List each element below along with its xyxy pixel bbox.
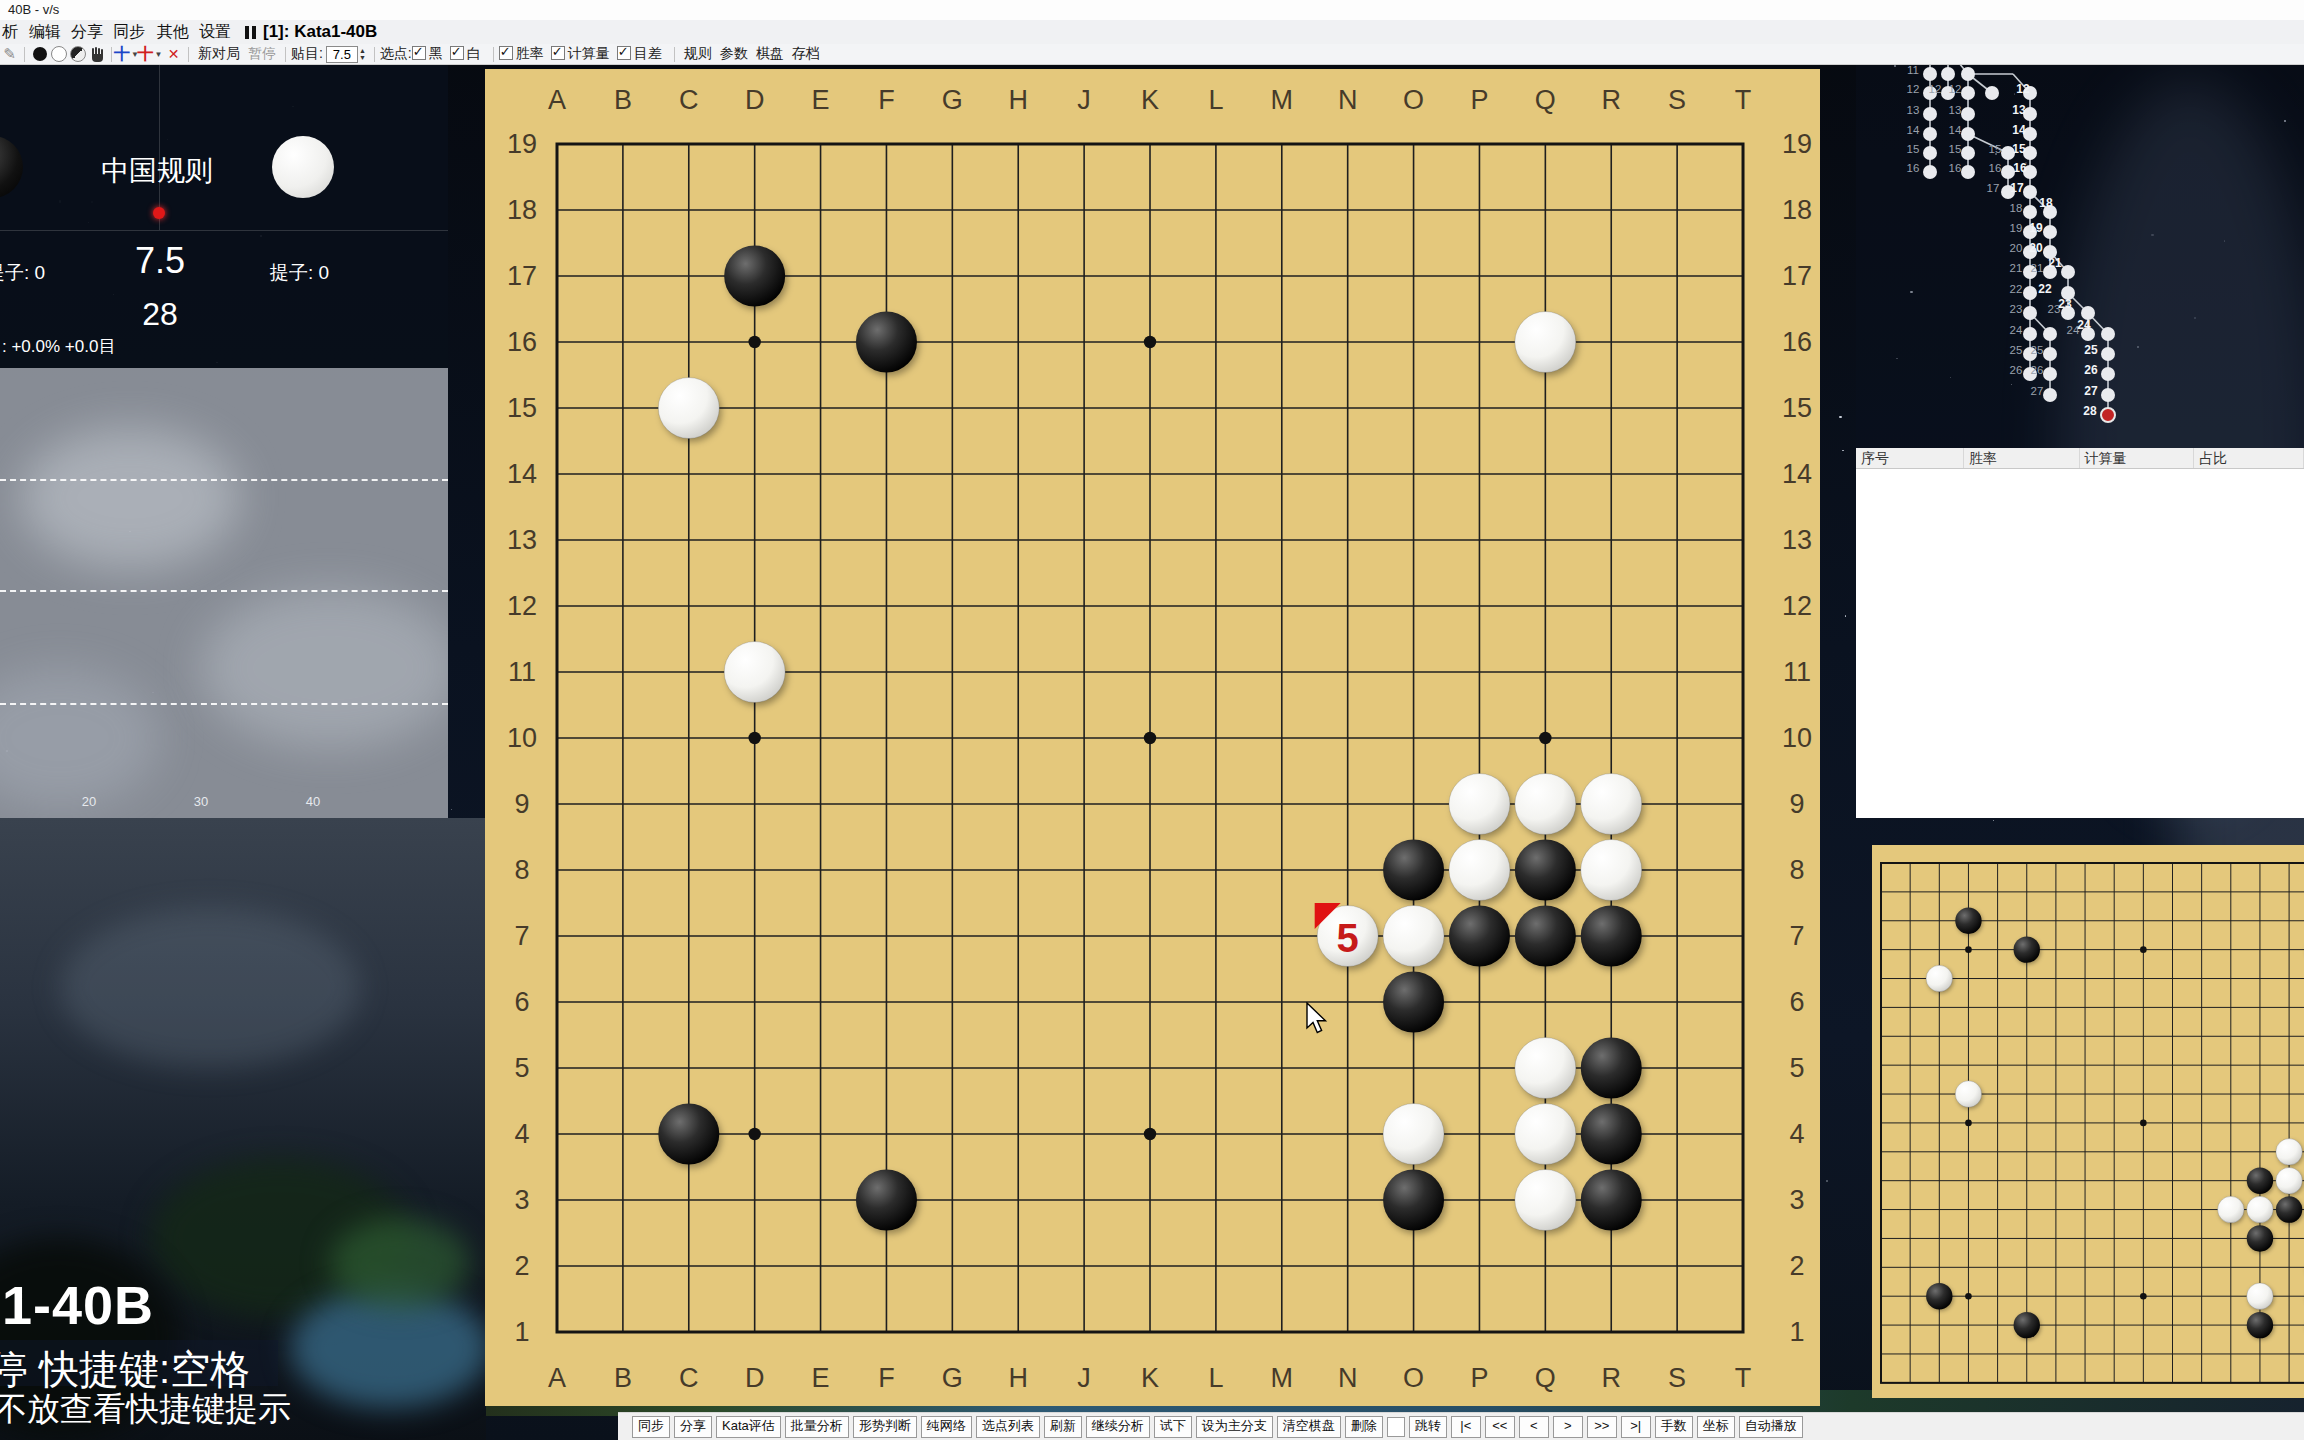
- svg-text:25: 25: [2084, 343, 2098, 357]
- komi-stepper[interactable]: ▲▼: [326, 46, 366, 63]
- analysis-table-header: 序号胜率计算量占比: [1856, 448, 2304, 469]
- white-player-avatar: [272, 136, 334, 198]
- checkbox-black[interactable]: 黑: [412, 45, 443, 63]
- tree-node-29[interactable]: [2023, 306, 2037, 320]
- tree-node-24[interactable]: [2023, 205, 2037, 219]
- coord-left-13: 13: [507, 525, 537, 555]
- svg-text:17: 17: [1987, 182, 2000, 194]
- coord-bottom-D: D: [745, 1363, 765, 1393]
- black-player-avatar: [0, 136, 23, 198]
- coord-left-14: 14: [507, 459, 537, 489]
- stone-white-P9: [1449, 774, 1510, 835]
- svg-text:16: 16: [1949, 162, 1962, 174]
- bottom-button-11[interactable]: 清空棋盘: [1277, 1416, 1341, 1438]
- tree-node-6[interactable]: [1941, 67, 1955, 81]
- coord-right-18: 18: [1782, 195, 1812, 225]
- bottom-button-12[interactable]: 删除: [1345, 1416, 1383, 1438]
- coord-right-4: 4: [1789, 1119, 1804, 1149]
- stone-black-O8: [1383, 840, 1444, 901]
- menu-item-4[interactable]: 其他: [157, 22, 189, 42]
- star-point-D10: [1965, 1120, 1972, 1127]
- checkbox-black-box[interactable]: [412, 46, 426, 60]
- stone-white-D11: [724, 642, 785, 703]
- nav-button-4[interactable]: >>: [1587, 1416, 1617, 1438]
- stone-black-O3: [2247, 1312, 2273, 1338]
- panel-divider-h: [0, 230, 448, 231]
- checkbox-scorediff-box[interactable]: [617, 46, 631, 60]
- svg-text:20: 20: [2029, 241, 2043, 255]
- table-header-3[interactable]: 占比: [2194, 448, 2304, 468]
- coord-right-7: 7: [1789, 921, 1804, 951]
- svg-text:23: 23: [2058, 297, 2072, 311]
- bottom-button-10[interactable]: 设为主分支: [1196, 1416, 1273, 1438]
- graph-gridline-25: [0, 703, 448, 705]
- svg-text:26: 26: [2084, 363, 2098, 377]
- coord-right-12: 12: [1782, 591, 1812, 621]
- svg-text:25: 25: [2010, 344, 2023, 356]
- stone-white-O4: [1383, 1104, 1444, 1165]
- coord-top-T: T: [1735, 85, 1752, 115]
- tree-node-37[interactable]: [2043, 327, 2057, 341]
- new-game-button[interactable]: 新对局: [198, 45, 240, 63]
- svg-text:24: 24: [2010, 324, 2023, 336]
- coord-bottom-Q: Q: [1535, 1363, 1556, 1393]
- stone-white-O7: [1383, 906, 1444, 967]
- coord-left-1: 1: [514, 1317, 529, 1347]
- svg-text:16: 16: [1989, 162, 2002, 174]
- bottom-button-4[interactable]: 形势判断: [853, 1416, 917, 1438]
- coord-bottom-N: N: [1338, 1363, 1358, 1393]
- stone-black-C4: [1926, 1283, 1952, 1309]
- stone-black-F3: [2014, 1312, 2040, 1338]
- komi-spin-arrows[interactable]: ▲▼: [359, 47, 366, 61]
- menu-item-5[interactable]: 设置: [199, 22, 231, 42]
- tree-node-5[interactable]: [1923, 165, 1937, 179]
- svg-text:23: 23: [2010, 303, 2023, 315]
- move-tree[interactable]: 1112131415161212131415161516171819202122…: [1856, 62, 2304, 448]
- nav-button-3[interactable]: >: [1553, 1416, 1583, 1438]
- star-point-D4: [748, 1128, 760, 1140]
- red-cross-marker-icon[interactable]: 十▼: [137, 46, 163, 63]
- coord-bottom-R: R: [1601, 1363, 1621, 1393]
- tree-node-9[interactable]: [1961, 86, 1975, 100]
- coord-left-8: 8: [514, 855, 529, 885]
- checkbox-scorediff[interactable]: 目差: [617, 45, 662, 63]
- mouse-cursor: [1305, 1002, 1329, 1036]
- svg-text:22: 22: [2038, 282, 2052, 296]
- bottom-button-7[interactable]: 刷新: [1044, 1416, 1082, 1438]
- svg-text:18: 18: [2039, 196, 2053, 210]
- bottom-button-0[interactable]: 同步: [632, 1416, 670, 1438]
- coord-top-M: M: [1271, 85, 1294, 115]
- svg-text:24: 24: [2077, 318, 2091, 332]
- tooltip-hint-text: 不放查看快捷键提示: [0, 1387, 291, 1432]
- stone-white-Q9: [1515, 774, 1576, 835]
- tree-node-49[interactable]: [2101, 388, 2115, 402]
- stone-black-C4: [658, 1104, 719, 1165]
- tree-node-46[interactable]: [2101, 327, 2115, 341]
- pause-button[interactable]: 暂停: [248, 45, 276, 63]
- tree-node-2[interactable]: [1923, 107, 1937, 121]
- tree-node-47[interactable]: [2101, 347, 2115, 361]
- svg-text:16: 16: [2013, 161, 2027, 175]
- coord-top-R: R: [1601, 85, 1621, 115]
- toolbar-link-2[interactable]: 棋盘: [756, 45, 784, 61]
- coord-top-N: N: [1338, 85, 1358, 115]
- session-title: [1]: Kata1-40B: [263, 22, 377, 42]
- stone-black-F16: [856, 312, 917, 373]
- coord-bottom-G: G: [942, 1363, 963, 1393]
- coord-left-9: 9: [514, 789, 529, 819]
- svg-text:21: 21: [2010, 262, 2023, 274]
- svg-text:14: 14: [1907, 124, 1920, 136]
- coord-bottom-P: P: [1470, 1363, 1488, 1393]
- tree-node-10[interactable]: [1961, 107, 1975, 121]
- winrate-graph[interactable]: 203040: [0, 368, 448, 818]
- menu-item-2[interactable]: 分享: [71, 22, 103, 42]
- coord-top-O: O: [1403, 85, 1424, 115]
- blue-cross-marker-icon[interactable]: 十▼: [118, 46, 135, 63]
- svg-text:20: 20: [2010, 242, 2023, 254]
- svg-text:25: 25: [2031, 344, 2044, 356]
- checkbox-winrate-box[interactable]: [499, 46, 513, 60]
- svg-text:28: 28: [2083, 404, 2097, 418]
- star-point-K16: [2140, 946, 2147, 953]
- menu-item-0[interactable]: 析: [2, 22, 18, 42]
- coord-right-1: 1: [1789, 1317, 1804, 1347]
- coord-bottom-T: T: [1735, 1363, 1752, 1393]
- tree-node-34[interactable]: [2043, 225, 2057, 239]
- svg-text:16: 16: [1907, 162, 1920, 174]
- stone-black-O6: [2247, 1225, 2273, 1251]
- star-point-D16: [1965, 946, 1972, 953]
- black-captures: 提子: 0: [0, 260, 45, 286]
- coord-left-19: 19: [507, 129, 537, 159]
- coord-top-H: H: [1008, 85, 1028, 115]
- coord-right-3: 3: [1789, 1185, 1804, 1215]
- coord-top-G: G: [942, 85, 963, 115]
- coord-left-7: 7: [514, 921, 529, 951]
- coord-bottom-A: A: [548, 1363, 566, 1393]
- coord-bottom-S: S: [1668, 1363, 1686, 1393]
- svg-text:19: 19: [2010, 222, 2023, 234]
- coord-top-B: B: [614, 85, 632, 115]
- last-move-number: 5: [1337, 916, 1359, 960]
- coord-left-16: 16: [507, 327, 537, 357]
- turn-indicator-dot: [153, 207, 165, 219]
- komi-label: 贴目:: [291, 45, 323, 63]
- coord-right-14: 14: [1782, 459, 1812, 489]
- star-point-D16: [748, 336, 760, 348]
- bottom-button-3[interactable]: 批量分析: [785, 1416, 849, 1438]
- delete-marker-icon[interactable]: ✕: [165, 46, 182, 63]
- stone-white-C15: [658, 378, 719, 439]
- coord-left-17: 17: [507, 261, 537, 291]
- svg-text:18: 18: [2010, 202, 2023, 214]
- tree-node-30[interactable]: [2023, 327, 2037, 341]
- coord-left-11: 11: [508, 657, 536, 687]
- coord-top-E: E: [812, 85, 830, 115]
- star-point-K4: [1144, 1128, 1156, 1140]
- tree-node-39[interactable]: [2043, 367, 2057, 381]
- stone-black-R5: [1581, 1038, 1642, 1099]
- graph-gridline-75: [0, 479, 448, 481]
- coord-top-P: P: [1470, 85, 1488, 115]
- svg-text:14: 14: [2012, 123, 2026, 137]
- tree-node-13[interactable]: [1961, 165, 1975, 179]
- analysis-table-body: [1856, 469, 2304, 818]
- star-point-D10: [748, 732, 760, 744]
- coord-top-K: K: [1141, 85, 1159, 115]
- coord-top-L: L: [1208, 85, 1223, 115]
- stone-black-O8: [2247, 1167, 2273, 1193]
- tree-node-4[interactable]: [1923, 146, 1937, 160]
- stone-black-O3: [1383, 1170, 1444, 1231]
- star-point-K16: [1144, 336, 1156, 348]
- rules-name: 中国规则: [57, 152, 257, 190]
- coord-top-F: F: [878, 85, 895, 115]
- coord-left-2: 2: [514, 1251, 529, 1281]
- svg-text:12: 12: [1929, 83, 1942, 95]
- coord-right-17: 17: [1782, 261, 1812, 291]
- stone-white-P9: [2276, 1139, 2302, 1165]
- coord-left-6: 6: [514, 987, 529, 1017]
- coord-top-D: D: [745, 85, 765, 115]
- tree-node-12[interactable]: [1961, 146, 1975, 160]
- hand-tool-icon[interactable]: [88, 46, 105, 63]
- tree-node-14[interactable]: [1985, 86, 1999, 100]
- coord-right-2: 2: [1789, 1251, 1804, 1281]
- tree-node-11[interactable]: [1961, 127, 1975, 141]
- toggle-button-0[interactable]: 手数: [1655, 1416, 1693, 1438]
- stone-white-Q5: [1515, 1038, 1576, 1099]
- menu-item-1[interactable]: 编辑: [29, 22, 61, 42]
- score-panel: 中国规则 提子: 0 提子: 0 7.5 28 : +0.0% +0.0目: [0, 64, 448, 368]
- tree-node-3[interactable]: [1923, 127, 1937, 141]
- svg-text:19: 19: [2029, 221, 2043, 235]
- svg-text:13: 13: [1949, 104, 1962, 116]
- board-wood: [1872, 845, 2304, 1398]
- toolbar-link-3[interactable]: 存档: [792, 45, 820, 61]
- jump-button[interactable]: 跳转: [1409, 1416, 1447, 1438]
- graph-tick-20: 20: [82, 794, 96, 809]
- panel-divider-v: [159, 64, 160, 230]
- menu-item-3[interactable]: 同步: [113, 22, 145, 42]
- stone-white-Q3: [1515, 1170, 1576, 1231]
- checkbox-visits-box[interactable]: [551, 46, 565, 60]
- table-header-1[interactable]: 胜率: [1964, 448, 2080, 468]
- stone-white-P8: [1449, 840, 1510, 901]
- main-go-board[interactable]: AABBCCDDEEFFGGHHJJKKLLMMNNOOPPQQRRSSTT19…: [485, 69, 1820, 1406]
- tree-node-23[interactable]: [2023, 185, 2037, 199]
- checkbox-white-box[interactable]: [450, 46, 464, 60]
- tree-node-8[interactable]: [1961, 67, 1975, 81]
- svg-text:26: 26: [2010, 364, 2023, 376]
- graph-tick-30: 30: [194, 794, 208, 809]
- svg-text:15: 15: [1949, 143, 1962, 155]
- komi-input[interactable]: [326, 46, 358, 63]
- coord-right-9: 9: [1789, 789, 1804, 819]
- svg-text:26: 26: [2031, 364, 2044, 376]
- stone-black-O6: [1383, 972, 1444, 1033]
- star-point-K4: [2140, 1293, 2147, 1300]
- svg-text:13: 13: [1907, 104, 1920, 116]
- eval-text: : +0.0% +0.0目: [2, 335, 115, 358]
- svg-text:12: 12: [1949, 83, 1962, 95]
- tree-node-28[interactable]: [2023, 286, 2037, 300]
- coord-left-3: 3: [514, 1185, 529, 1215]
- bottom-button-5[interactable]: 纯网络: [921, 1416, 972, 1438]
- tool-bar: ✎ 十▼ 十▼ ✕ 新对局 暂停 贴目: ▲▼ 选点: 黑 白 胜率 计算量 目…: [0, 44, 2304, 65]
- coord-left-4: 4: [514, 1119, 529, 1149]
- checkbox-white[interactable]: 白: [450, 45, 481, 63]
- coord-top-J: J: [1077, 85, 1091, 115]
- svg-text:12: 12: [1907, 83, 1920, 95]
- nav-button-2[interactable]: <: [1519, 1416, 1549, 1438]
- white-stone-tool-icon[interactable]: [50, 46, 67, 63]
- bottom-button-6[interactable]: 选点列表: [976, 1416, 1040, 1438]
- svg-text:11: 11: [1907, 64, 1919, 76]
- svg-text:15: 15: [1989, 143, 2002, 155]
- window-title: 40B - v/s: [8, 2, 59, 17]
- nav-button-5[interactable]: >|: [1621, 1416, 1651, 1438]
- bottom-toolbar: 同步分享Kata评估批量分析形势判断纯网络选点列表刷新继续分析试下设为主分支清空…: [618, 1412, 2304, 1440]
- tree-node-current[interactable]: [2101, 408, 2115, 422]
- star-point-D4: [1965, 1293, 1972, 1300]
- coord-top-S: S: [1668, 85, 1686, 115]
- coord-bottom-M: M: [1271, 1363, 1294, 1393]
- stone-white-D11: [1955, 1081, 1981, 1107]
- stone-white-O4: [2247, 1283, 2273, 1309]
- pick-label: 选点:: [380, 45, 412, 63]
- coord-top-Q: Q: [1535, 85, 1556, 115]
- toggle-button-1[interactable]: 坐标: [1697, 1416, 1735, 1438]
- coord-bottom-K: K: [1141, 1363, 1159, 1393]
- stone-white-O7: [2247, 1196, 2273, 1222]
- coord-right-5: 5: [1789, 1053, 1804, 1083]
- bottom-button-2[interactable]: Kata评估: [716, 1416, 781, 1438]
- tree-node-38[interactable]: [2043, 347, 2057, 361]
- coord-bottom-E: E: [812, 1363, 830, 1393]
- svg-text:13: 13: [2012, 103, 2026, 117]
- coord-bottom-C: C: [679, 1363, 699, 1393]
- svg-text:21: 21: [2031, 262, 2044, 274]
- black-stone-tool-icon[interactable]: [31, 46, 48, 63]
- stone-black-F16: [2014, 936, 2040, 962]
- move-number: 28: [60, 296, 260, 333]
- tree-node-41[interactable]: [2061, 265, 2075, 279]
- menu-bar: 析编辑分享同步其他设置 [1]: Kata1-40B: [0, 20, 2304, 45]
- alternate-stone-tool-icon[interactable]: [69, 46, 86, 63]
- mini-preview-board[interactable]: [1872, 845, 2304, 1398]
- tree-node-0[interactable]: [1923, 67, 1937, 81]
- coord-right-13: 13: [1782, 525, 1812, 555]
- toolbar-link-0[interactable]: 规则: [684, 45, 712, 61]
- svg-text:21: 21: [2048, 256, 2062, 270]
- stone-black-F3: [856, 1170, 917, 1231]
- svg-text:27: 27: [2084, 384, 2098, 398]
- table-header-2[interactable]: 计算量: [2080, 448, 2195, 468]
- stone-black-R4: [1581, 1104, 1642, 1165]
- title-bar: 40B - v/s: [0, 0, 2304, 20]
- stone-black-P7: [2276, 1196, 2302, 1222]
- coord-bottom-F: F: [878, 1363, 895, 1393]
- toolbar-link-1[interactable]: 参数: [720, 45, 748, 61]
- nav-button-0[interactable]: |<: [1451, 1416, 1481, 1438]
- star-point-Q10: [1539, 732, 1551, 744]
- coord-bottom-H: H: [1008, 1363, 1028, 1393]
- bottom-button-1[interactable]: 分享: [674, 1416, 712, 1438]
- stone-black-P7: [1449, 906, 1510, 967]
- app-window: 40B - v/s 析编辑分享同步其他设置 [1]: Kata1-40B ✎ 十…: [0, 0, 2304, 1440]
- coord-right-19: 19: [1782, 129, 1812, 159]
- svg-text:15: 15: [2012, 142, 2026, 156]
- coord-bottom-O: O: [1403, 1363, 1424, 1393]
- coord-right-15: 15: [1782, 393, 1812, 423]
- coord-top-C: C: [679, 85, 699, 115]
- coord-right-16: 16: [1782, 327, 1812, 357]
- svg-text:14: 14: [1949, 124, 1962, 136]
- coord-bottom-J: J: [1077, 1363, 1091, 1393]
- bottom-button-8[interactable]: 继续分析: [1086, 1416, 1150, 1438]
- bottom-button-9[interactable]: 试下: [1154, 1416, 1192, 1438]
- coord-right-8: 8: [1789, 855, 1804, 885]
- coord-left-12: 12: [507, 591, 537, 621]
- stone-black-D17: [724, 246, 785, 307]
- stone-white-N7: [2218, 1196, 2244, 1222]
- checkbox-winrate[interactable]: 胜率: [499, 45, 544, 63]
- jump-move-input[interactable]: [1387, 1417, 1405, 1437]
- stone-black-Q7: [1515, 906, 1576, 967]
- stone-black-R3: [1581, 1170, 1642, 1231]
- stone-white-R8: [1581, 840, 1642, 901]
- analysis-table[interactable]: 序号胜率计算量占比: [1856, 448, 2304, 818]
- coord-left-10: 10: [507, 723, 537, 753]
- pause-icon: [245, 26, 257, 39]
- komi-value: 7.5: [60, 240, 260, 282]
- coord-bottom-B: B: [614, 1363, 632, 1393]
- stone-black-R7: [1581, 906, 1642, 967]
- edit-pencil-icon[interactable]: ✎: [1, 46, 18, 63]
- coord-top-A: A: [548, 85, 566, 115]
- tree-node-48[interactable]: [2101, 367, 2115, 381]
- table-header-0[interactable]: 序号: [1856, 448, 1964, 468]
- stone-white-R9: [1581, 774, 1642, 835]
- graph-tick-40: 40: [306, 794, 320, 809]
- svg-text:12: 12: [2016, 82, 2030, 96]
- stone-black-Q8: [1515, 840, 1576, 901]
- svg-text:17: 17: [2010, 181, 2024, 195]
- checkbox-visits[interactable]: 计算量: [551, 45, 610, 63]
- engine-name-overlay: 1-40B: [2, 1274, 154, 1336]
- coord-bottom-L: L: [1208, 1363, 1223, 1393]
- coord-right-10: 10: [1782, 723, 1812, 753]
- coord-right-6: 6: [1789, 987, 1804, 1017]
- svg-text:27: 27: [2031, 385, 2044, 397]
- stone-black-D17: [1955, 908, 1981, 934]
- toggle-button-2[interactable]: 自动播放: [1739, 1416, 1803, 1438]
- nav-button-1[interactable]: <<: [1485, 1416, 1515, 1438]
- stone-white-C15: [1926, 965, 1952, 991]
- stone-white-Q16: [1515, 312, 1576, 373]
- coord-right-11: 11: [1783, 657, 1811, 687]
- svg-text:22: 22: [2010, 283, 2023, 295]
- coord-left-15: 15: [507, 393, 537, 423]
- svg-text:15: 15: [1907, 143, 1920, 155]
- stone-white-Q4: [1515, 1104, 1576, 1165]
- tree-node-40[interactable]: [2043, 388, 2057, 402]
- stone-white-P8: [2276, 1167, 2302, 1193]
